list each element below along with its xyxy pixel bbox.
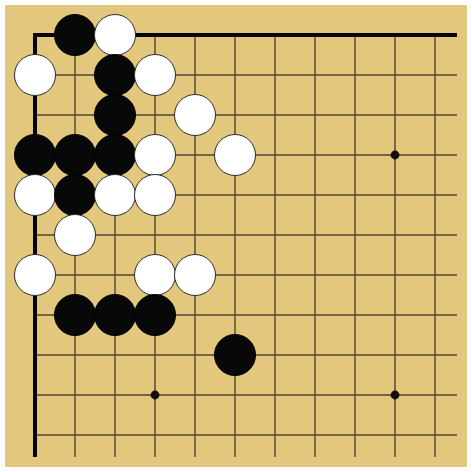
white-stone[interactable] <box>134 134 176 176</box>
black-stone[interactable] <box>54 174 96 216</box>
black-stone[interactable] <box>54 134 96 176</box>
black-stone[interactable] <box>94 54 136 96</box>
black-stone[interactable] <box>94 134 136 176</box>
black-stone[interactable] <box>214 334 256 376</box>
white-stone[interactable] <box>174 94 216 136</box>
stones-layer <box>15 15 455 455</box>
black-stone[interactable] <box>134 294 176 336</box>
black-stone[interactable] <box>94 94 136 136</box>
white-stone[interactable] <box>14 254 56 296</box>
white-stone[interactable] <box>14 174 56 216</box>
black-stone[interactable] <box>14 134 56 176</box>
white-stone[interactable] <box>214 134 256 176</box>
white-stone[interactable] <box>174 254 216 296</box>
white-stone[interactable] <box>134 54 176 96</box>
black-stone[interactable] <box>54 294 96 336</box>
white-stone[interactable] <box>54 214 96 256</box>
black-stone[interactable] <box>54 14 96 56</box>
diagram-page <box>0 0 472 472</box>
white-stone[interactable] <box>134 174 176 216</box>
white-stone[interactable] <box>94 174 136 216</box>
white-stone[interactable] <box>94 14 136 56</box>
black-stone[interactable] <box>94 294 136 336</box>
white-stone[interactable] <box>14 54 56 96</box>
white-stone[interactable] <box>134 254 176 296</box>
